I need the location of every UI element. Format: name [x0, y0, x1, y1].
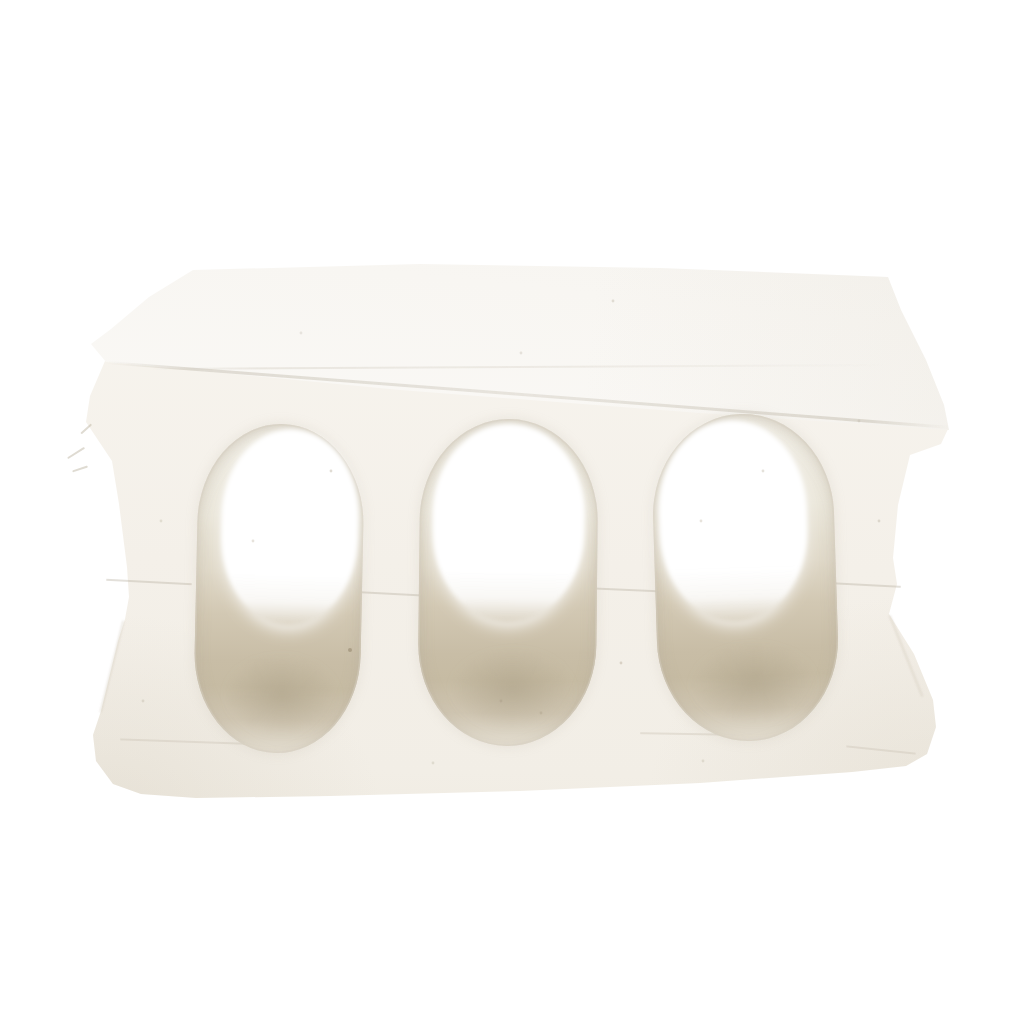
through-hole-left	[219, 428, 360, 627]
opening-middle	[417, 418, 598, 747]
through-hole-right	[656, 418, 810, 624]
opening-left	[193, 422, 366, 754]
surface-chip	[80, 424, 91, 434]
surface-chip	[72, 466, 88, 472]
opening-right	[650, 411, 841, 744]
through-hole-middle	[432, 423, 586, 623]
product-photo: White ceramic miniature cinder block (ho…	[0, 0, 1024, 1024]
surface-specks	[0, 0, 2, 2]
surface-chip	[67, 447, 85, 459]
cinder-block	[0, 0, 1024, 1024]
